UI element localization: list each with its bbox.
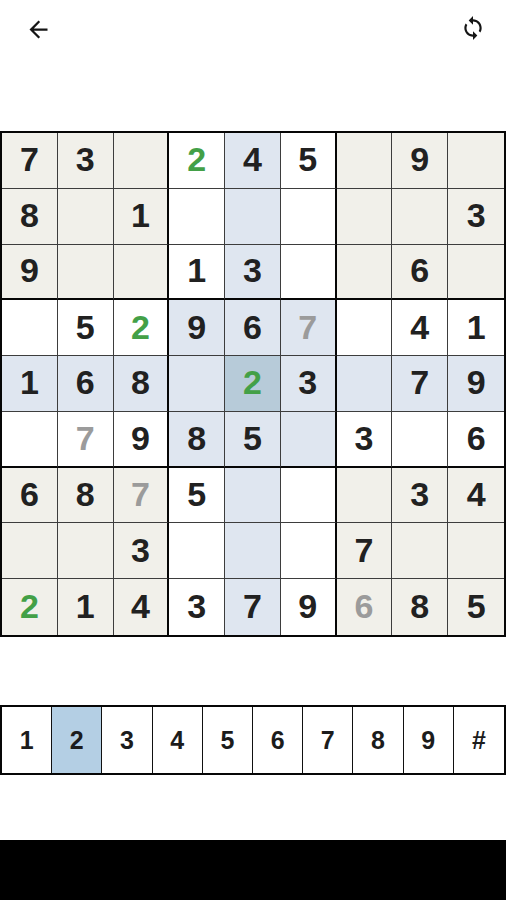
cell-r8c8[interactable]: [392, 523, 448, 579]
cell-digit: 8: [76, 477, 95, 513]
cell-digit: 1: [467, 310, 486, 346]
cell-r6c8[interactable]: [392, 412, 448, 468]
cell-digit: 3: [187, 589, 206, 625]
cell-digit: 2: [20, 589, 39, 625]
cell-digit: 9: [410, 142, 429, 178]
cell-digit: 1: [20, 365, 39, 401]
cell-digit: 5: [243, 421, 262, 457]
cell-r5c2[interactable]: 6: [58, 356, 114, 412]
cell-digit: 3: [467, 198, 486, 234]
cell-r3c4[interactable]: 1: [169, 245, 225, 301]
cell-digit: 2: [243, 365, 262, 401]
cell-digit: 9: [187, 310, 206, 346]
cell-digit: 6: [20, 477, 39, 513]
cell-digit: 4: [410, 310, 429, 346]
arrow-left-icon: [25, 16, 52, 43]
cell-r5c8[interactable]: 7: [392, 356, 448, 412]
cell-r4c4[interactable]: 9: [169, 300, 225, 356]
cell-r8c5[interactable]: [225, 523, 281, 579]
cell-digit: 3: [298, 365, 317, 401]
cell-r2c1[interactable]: 8: [2, 189, 58, 245]
cell-r2c2[interactable]: [58, 189, 114, 245]
cell-r7c4[interactable]: 5: [169, 468, 225, 524]
cell-r7c1[interactable]: 6: [2, 468, 58, 524]
cell-r1c4[interactable]: 2: [169, 133, 225, 189]
cell-digit: 2: [131, 310, 150, 346]
cell-r3c1[interactable]: 9: [2, 245, 58, 301]
key-6[interactable]: 6: [253, 707, 303, 773]
cell-r8c7[interactable]: 7: [337, 523, 393, 579]
cell-r4c9[interactable]: 1: [448, 300, 504, 356]
key-2[interactable]: 2: [52, 707, 102, 773]
cell-r5c7[interactable]: [337, 356, 393, 412]
cell-digit: 7: [410, 365, 429, 401]
cell-digit: 8: [410, 589, 429, 625]
cell-r6c2[interactable]: 7: [58, 412, 114, 468]
cell-digit: 3: [410, 477, 429, 513]
cell-r7c5[interactable]: [225, 468, 281, 524]
cell-r9c5[interactable]: 7: [225, 579, 281, 635]
cell-digit: 2: [187, 142, 206, 178]
key-4[interactable]: 4: [153, 707, 203, 773]
cell-digit: 5: [187, 477, 206, 513]
cell-digit: 7: [355, 533, 374, 569]
cell-r6c5[interactable]: 5: [225, 412, 281, 468]
cell-digit: 6: [243, 310, 262, 346]
cell-r4c1[interactable]: [2, 300, 58, 356]
cell-r1c1[interactable]: 7: [2, 133, 58, 189]
cell-r9c2[interactable]: 1: [58, 579, 114, 635]
cell-r8c6[interactable]: [281, 523, 337, 579]
cell-r4c5[interactable]: 6: [225, 300, 281, 356]
cell-digit: 6: [355, 589, 374, 625]
cell-r4c6[interactable]: 7: [281, 300, 337, 356]
cell-r2c3[interactable]: 1: [114, 189, 170, 245]
sudoku-board: 7324598139136529674116823797985366875343…: [0, 131, 506, 637]
key-hash[interactable]: #: [454, 707, 504, 773]
cell-digit: 1: [187, 253, 206, 289]
cell-r1c6[interactable]: 5: [281, 133, 337, 189]
cell-r8c2[interactable]: [58, 523, 114, 579]
sync-icon: [460, 15, 486, 41]
cell-digit: 3: [355, 421, 374, 457]
android-navigation-bar: [0, 840, 506, 900]
cell-digit: 6: [467, 421, 486, 457]
cell-digit: 5: [467, 589, 486, 625]
cell-r9c8[interactable]: 8: [392, 579, 448, 635]
cell-r3c7[interactable]: [337, 245, 393, 301]
cell-digit: 7: [20, 142, 39, 178]
cell-digit: 8: [20, 198, 39, 234]
cell-r1c2[interactable]: 3: [58, 133, 114, 189]
cell-r5c5[interactable]: 2: [225, 356, 281, 412]
cell-digit: 4: [243, 142, 262, 178]
cell-r7c2[interactable]: 8: [58, 468, 114, 524]
cell-r1c8[interactable]: 9: [392, 133, 448, 189]
cell-r6c7[interactable]: 3: [337, 412, 393, 468]
cell-r7c8[interactable]: 3: [392, 468, 448, 524]
cell-digit: 9: [131, 421, 150, 457]
cell-r3c6[interactable]: [281, 245, 337, 301]
cell-r9c1[interactable]: 2: [2, 579, 58, 635]
cell-digit: 3: [131, 533, 150, 569]
cell-digit: 3: [76, 142, 95, 178]
cell-r2c5[interactable]: [225, 189, 281, 245]
cell-r5c4[interactable]: [169, 356, 225, 412]
top-app-bar: [0, 0, 506, 57]
cell-r9c3[interactable]: 4: [114, 579, 170, 635]
cell-digit: 8: [187, 421, 206, 457]
cell-r9c4[interactable]: 3: [169, 579, 225, 635]
cell-r7c6[interactable]: [281, 468, 337, 524]
cell-digit: 8: [131, 365, 150, 401]
cell-r1c3[interactable]: [114, 133, 170, 189]
cell-r2c7[interactable]: [337, 189, 393, 245]
cell-r2c6[interactable]: [281, 189, 337, 245]
cell-digit: 5: [76, 310, 95, 346]
cell-r3c2[interactable]: [58, 245, 114, 301]
cell-r7c9[interactable]: 4: [448, 468, 504, 524]
cell-r6c9[interactable]: 6: [448, 412, 504, 468]
cell-digit: 1: [131, 198, 150, 234]
cell-r2c4[interactable]: [169, 189, 225, 245]
cell-r9c7[interactable]: 6: [337, 579, 393, 635]
cell-r7c3[interactable]: 7: [114, 468, 170, 524]
cell-r1c5[interactable]: 4: [225, 133, 281, 189]
cell-digit: 4: [467, 477, 486, 513]
key-9[interactable]: 9: [404, 707, 454, 773]
cell-r9c6[interactable]: 9: [281, 579, 337, 635]
cell-digit: 6: [76, 365, 95, 401]
back-button[interactable]: [24, 15, 52, 43]
cell-digit: 7: [76, 421, 95, 457]
cell-r6c3[interactable]: 9: [114, 412, 170, 468]
cell-r1c7[interactable]: [337, 133, 393, 189]
cell-r6c1[interactable]: [2, 412, 58, 468]
cell-r3c5[interactable]: 3: [225, 245, 281, 301]
cell-r5c6[interactable]: 3: [281, 356, 337, 412]
cell-r8c1[interactable]: [2, 523, 58, 579]
number-pad: 123456789#: [0, 705, 506, 775]
cell-r8c9[interactable]: [448, 523, 504, 579]
key-7[interactable]: 7: [303, 707, 353, 773]
cell-r8c4[interactable]: [169, 523, 225, 579]
cell-r8c3[interactable]: 3: [114, 523, 170, 579]
key-1[interactable]: 1: [2, 707, 52, 773]
cell-digit: 5: [298, 142, 317, 178]
cell-r4c8[interactable]: 4: [392, 300, 448, 356]
cell-digit: 3: [243, 253, 262, 289]
cell-r6c6[interactable]: [281, 412, 337, 468]
cell-r3c9[interactable]: [448, 245, 504, 301]
restart-button[interactable]: [459, 14, 487, 42]
key-8[interactable]: 8: [353, 707, 403, 773]
cell-digit: 1: [76, 589, 95, 625]
cell-digit: 9: [298, 589, 317, 625]
cell-r5c9[interactable]: 9: [448, 356, 504, 412]
cell-r3c3[interactable]: [114, 245, 170, 301]
cell-digit: 9: [20, 253, 39, 289]
cell-digit: 6: [410, 253, 429, 289]
cell-r6c4[interactable]: 8: [169, 412, 225, 468]
cell-r3c8[interactable]: 6: [392, 245, 448, 301]
cell-r9c9[interactable]: 5: [448, 579, 504, 635]
sudoku-app-screen: 7324598139136529674116823797985366875343…: [0, 0, 506, 900]
cell-r4c2[interactable]: 5: [58, 300, 114, 356]
cell-digit: 4: [131, 589, 150, 625]
cell-r2c8[interactable]: [392, 189, 448, 245]
cell-r5c3[interactable]: 8: [114, 356, 170, 412]
cell-digit: 7: [131, 477, 150, 513]
cell-digit: 7: [298, 310, 317, 346]
cell-r5c1[interactable]: 1: [2, 356, 58, 412]
cell-r7c7[interactable]: [337, 468, 393, 524]
cell-digit: 7: [243, 589, 262, 625]
cell-digit: 9: [467, 365, 486, 401]
cell-r4c3[interactable]: 2: [114, 300, 170, 356]
cell-r4c7[interactable]: [337, 300, 393, 356]
cell-r2c9[interactable]: 3: [448, 189, 504, 245]
cell-r1c9[interactable]: [448, 133, 504, 189]
key-3[interactable]: 3: [102, 707, 152, 773]
key-5[interactable]: 5: [203, 707, 253, 773]
